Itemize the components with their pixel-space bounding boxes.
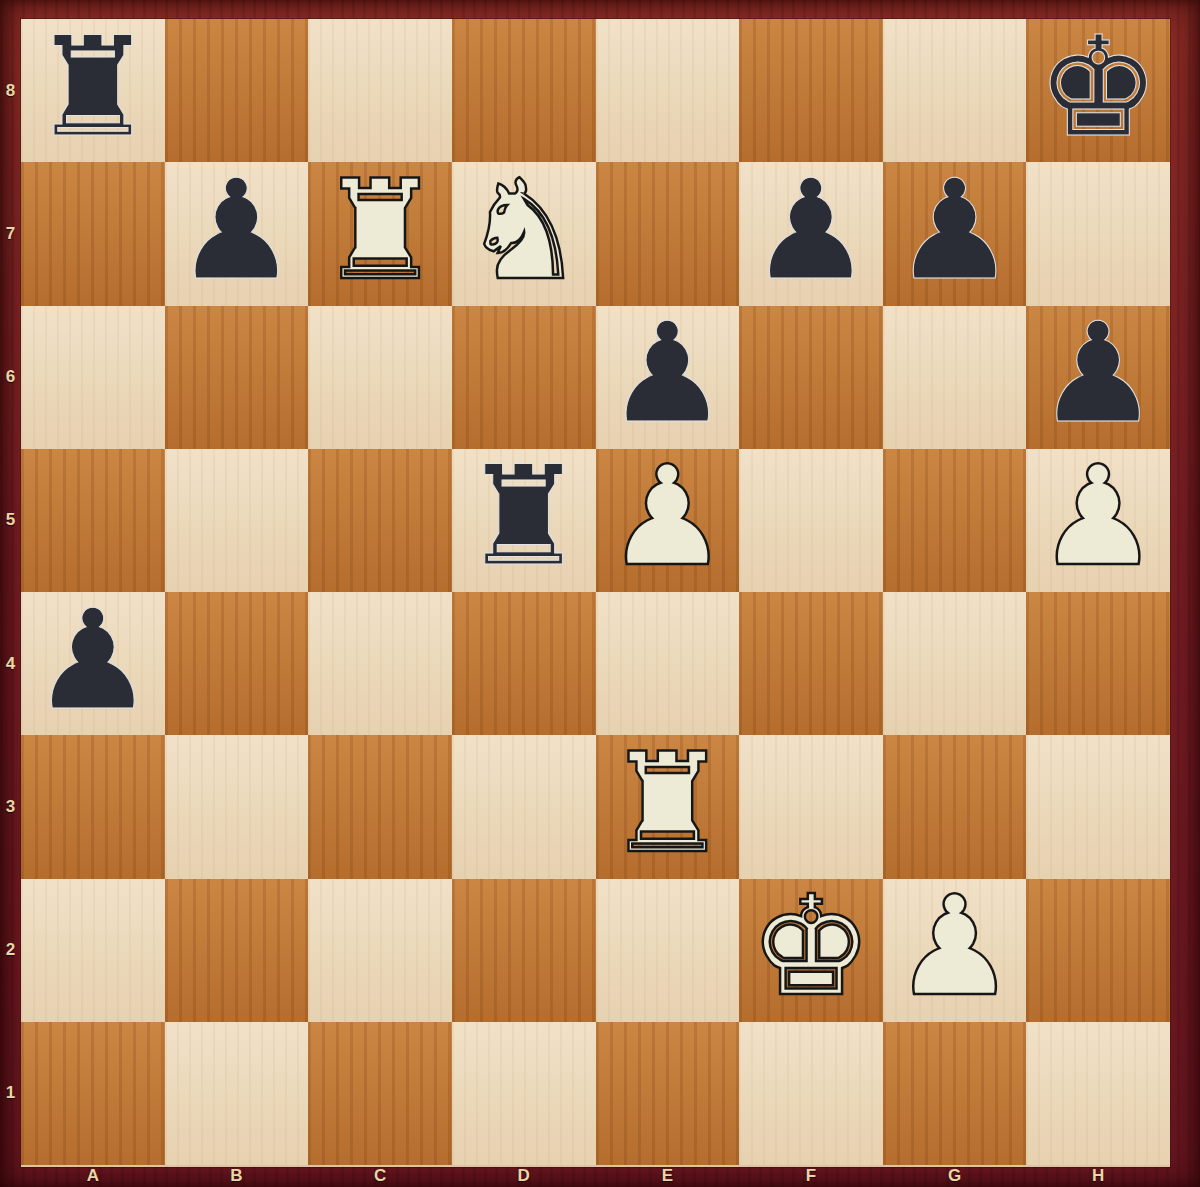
- square-b3[interactable]: [165, 735, 309, 878]
- square-e7[interactable]: [596, 162, 740, 305]
- square-a8[interactable]: ♜: [21, 19, 165, 162]
- piece-white-knight[interactable]: ♞: [462, 162, 586, 300]
- file-labels: ABCDEFGH: [21, 1165, 1170, 1187]
- square-g5[interactable]: [883, 449, 1027, 592]
- rank-label-3: 3: [0, 735, 21, 878]
- file-label-c: C: [308, 1165, 452, 1187]
- square-g4[interactable]: [883, 592, 1027, 735]
- rank-label-4: 4: [0, 592, 21, 735]
- piece-white-pawn[interactable]: ♟: [1036, 449, 1160, 587]
- square-e1[interactable]: [596, 1022, 740, 1165]
- square-e2[interactable]: [596, 879, 740, 1022]
- square-a5[interactable]: [21, 449, 165, 592]
- square-d4[interactable]: [452, 592, 596, 735]
- square-a3[interactable]: [21, 735, 165, 878]
- square-f4[interactable]: [739, 592, 883, 735]
- square-d7[interactable]: ♞: [452, 162, 596, 305]
- square-f5[interactable]: [739, 449, 883, 592]
- piece-black-king[interactable]: ♚: [1036, 19, 1160, 157]
- square-b4[interactable]: [165, 592, 309, 735]
- square-a6[interactable]: [21, 306, 165, 449]
- square-c6[interactable]: [308, 306, 452, 449]
- square-f8[interactable]: [739, 19, 883, 162]
- piece-black-pawn[interactable]: ♟: [749, 162, 873, 300]
- square-e8[interactable]: [596, 19, 740, 162]
- square-a1[interactable]: [21, 1022, 165, 1165]
- rank-label-7: 7: [0, 162, 21, 305]
- chess-board: ♜♚♟♜♞♟♟♟♟♜♟♟♟♜♚♟: [21, 19, 1170, 1167]
- square-b8[interactable]: [165, 19, 309, 162]
- square-b2[interactable]: [165, 879, 309, 1022]
- piece-white-pawn[interactable]: ♟: [893, 879, 1017, 1017]
- square-g6[interactable]: [883, 306, 1027, 449]
- square-d5[interactable]: ♜: [452, 449, 596, 592]
- square-f7[interactable]: ♟: [739, 162, 883, 305]
- square-c2[interactable]: [308, 879, 452, 1022]
- file-label-a: A: [21, 1165, 165, 1187]
- piece-white-pawn[interactable]: ♟: [605, 449, 729, 587]
- square-a7[interactable]: [21, 162, 165, 305]
- square-g1[interactable]: [883, 1022, 1027, 1165]
- square-g3[interactable]: [883, 735, 1027, 878]
- square-h1[interactable]: [1026, 1022, 1170, 1165]
- square-c4[interactable]: [308, 592, 452, 735]
- rank-label-6: 6: [0, 306, 21, 449]
- piece-black-pawn[interactable]: ♟: [31, 592, 155, 730]
- square-h4[interactable]: [1026, 592, 1170, 735]
- rank-label-5: 5: [0, 449, 21, 592]
- square-e4[interactable]: [596, 592, 740, 735]
- square-a2[interactable]: [21, 879, 165, 1022]
- piece-black-pawn[interactable]: ♟: [175, 162, 299, 300]
- square-g8[interactable]: [883, 19, 1027, 162]
- rank-label-1: 1: [0, 1022, 21, 1165]
- piece-white-rook[interactable]: ♜: [605, 735, 729, 873]
- rank-label-8: 8: [0, 19, 21, 162]
- square-e5[interactable]: ♟: [596, 449, 740, 592]
- file-label-e: E: [596, 1165, 740, 1187]
- file-label-f: F: [739, 1165, 883, 1187]
- piece-black-pawn[interactable]: ♟: [1036, 306, 1160, 444]
- square-h3[interactable]: [1026, 735, 1170, 878]
- piece-black-rook[interactable]: ♜: [462, 449, 586, 587]
- file-label-h: H: [1026, 1165, 1170, 1187]
- square-c5[interactable]: [308, 449, 452, 592]
- square-b7[interactable]: ♟: [165, 162, 309, 305]
- square-d6[interactable]: [452, 306, 596, 449]
- square-a4[interactable]: ♟: [21, 592, 165, 735]
- piece-white-king[interactable]: ♚: [749, 879, 873, 1017]
- square-h7[interactable]: [1026, 162, 1170, 305]
- file-label-g: G: [883, 1165, 1027, 1187]
- rank-labels: 87654321: [0, 19, 21, 1165]
- square-f1[interactable]: [739, 1022, 883, 1165]
- square-h8[interactable]: ♚: [1026, 19, 1170, 162]
- square-b1[interactable]: [165, 1022, 309, 1165]
- square-b5[interactable]: [165, 449, 309, 592]
- piece-white-rook[interactable]: ♜: [318, 162, 442, 300]
- chess-board-frame: 87654321 ♜♚♟♜♞♟♟♟♟♜♟♟♟♜♚♟ ABCDEFGH: [0, 0, 1200, 1187]
- square-f2[interactable]: ♚: [739, 879, 883, 1022]
- file-label-b: B: [165, 1165, 309, 1187]
- square-d8[interactable]: [452, 19, 596, 162]
- square-c8[interactable]: [308, 19, 452, 162]
- square-d1[interactable]: [452, 1022, 596, 1165]
- square-c1[interactable]: [308, 1022, 452, 1165]
- square-c7[interactable]: ♜: [308, 162, 452, 305]
- square-d3[interactable]: [452, 735, 596, 878]
- square-c3[interactable]: [308, 735, 452, 878]
- square-h6[interactable]: ♟: [1026, 306, 1170, 449]
- square-b6[interactable]: [165, 306, 309, 449]
- square-d2[interactable]: [452, 879, 596, 1022]
- file-label-d: D: [452, 1165, 596, 1187]
- square-g7[interactable]: ♟: [883, 162, 1027, 305]
- square-h5[interactable]: ♟: [1026, 449, 1170, 592]
- rank-label-2: 2: [0, 879, 21, 1022]
- square-g2[interactable]: ♟: [883, 879, 1027, 1022]
- piece-black-rook[interactable]: ♜: [31, 19, 155, 157]
- piece-black-pawn[interactable]: ♟: [893, 162, 1017, 300]
- piece-black-pawn[interactable]: ♟: [605, 306, 729, 444]
- square-e6[interactable]: ♟: [596, 306, 740, 449]
- square-h2[interactable]: [1026, 879, 1170, 1022]
- square-f6[interactable]: [739, 306, 883, 449]
- square-e3[interactable]: ♜: [596, 735, 740, 878]
- square-f3[interactable]: [739, 735, 883, 878]
